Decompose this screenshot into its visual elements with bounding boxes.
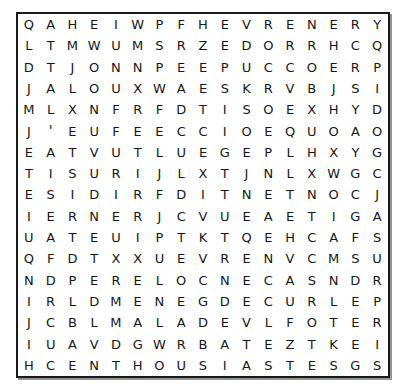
grid-cell[interactable]: E: [170, 291, 192, 312]
grid-cell[interactable]: N: [257, 163, 279, 184]
grid-cell[interactable]: G: [214, 142, 236, 163]
grid-cell[interactable]: N: [301, 14, 323, 35]
grid-cell[interactable]: T: [127, 142, 149, 163]
grid-cell[interactable]: K: [236, 78, 258, 99]
grid-cell[interactable]: G: [344, 206, 366, 227]
grid-cell[interactable]: G: [344, 163, 366, 184]
grid-cell[interactable]: R: [62, 206, 84, 227]
grid-cell[interactable]: U: [301, 120, 323, 141]
grid-cell[interactable]: N: [18, 270, 40, 291]
grid-cell[interactable]: A: [366, 206, 388, 227]
grid-cell[interactable]: I: [214, 355, 236, 376]
grid-cell[interactable]: E: [214, 35, 236, 56]
grid-cell[interactable]: E: [279, 14, 301, 35]
grid-cell[interactable]: M: [18, 99, 40, 120]
grid-cell[interactable]: R: [170, 333, 192, 354]
grid-cell[interactable]: U: [105, 78, 127, 99]
grid-cell[interactable]: K: [192, 227, 214, 248]
grid-cell[interactable]: X: [62, 99, 84, 120]
grid-cell[interactable]: E: [279, 99, 301, 120]
grid-cell[interactable]: X: [301, 163, 323, 184]
grid-cell[interactable]: R: [279, 35, 301, 56]
grid-cell[interactable]: G: [366, 142, 388, 163]
grid-cell[interactable]: X: [301, 99, 323, 120]
grid-cell[interactable]: D: [192, 312, 214, 333]
grid-cell[interactable]: I: [366, 78, 388, 99]
grid-cell[interactable]: P: [149, 14, 171, 35]
grid-cell[interactable]: W: [83, 35, 105, 56]
grid-cell[interactable]: N: [301, 184, 323, 205]
grid-cell[interactable]: E: [214, 14, 236, 35]
grid-cell[interactable]: J: [149, 206, 171, 227]
grid-cell[interactable]: C: [257, 270, 279, 291]
grid-cell[interactable]: E: [257, 227, 279, 248]
grid-cell[interactable]: I: [40, 163, 62, 184]
grid-cell[interactable]: N: [323, 270, 345, 291]
grid-cell[interactable]: E: [344, 333, 366, 354]
grid-cell[interactable]: R: [366, 312, 388, 333]
grid-cell[interactable]: M: [62, 35, 84, 56]
grid-cell[interactable]: ': [40, 120, 62, 141]
grid-cell[interactable]: E: [83, 270, 105, 291]
grid-cell[interactable]: N: [127, 57, 149, 78]
grid-cell[interactable]: E: [40, 206, 62, 227]
grid-cell[interactable]: R: [40, 291, 62, 312]
grid-cell[interactable]: T: [279, 355, 301, 376]
word-search-board: QAHEIWPFHEVRENERYLTMWUMSRZEDORRHCQDTJONN…: [16, 12, 390, 378]
grid-cell[interactable]: H: [323, 99, 345, 120]
grid-cell[interactable]: N: [83, 206, 105, 227]
grid-cell[interactable]: X: [127, 78, 149, 99]
grid-cell[interactable]: E: [257, 184, 279, 205]
grid-cell[interactable]: E: [236, 270, 258, 291]
grid-cell[interactable]: F: [170, 14, 192, 35]
grid-cell[interactable]: P: [149, 227, 171, 248]
grid-cell[interactable]: P: [366, 57, 388, 78]
grid-cell[interactable]: U: [105, 35, 127, 56]
grid-cell[interactable]: M: [105, 291, 127, 312]
grid-cell[interactable]: G: [192, 291, 214, 312]
grid-cell[interactable]: V: [192, 206, 214, 227]
grid-cell[interactable]: P: [62, 270, 84, 291]
grid-cell[interactable]: E: [192, 78, 214, 99]
grid-cell[interactable]: N: [83, 99, 105, 120]
grid-cell[interactable]: H: [279, 227, 301, 248]
grid-cell[interactable]: R: [301, 35, 323, 56]
grid-cell[interactable]: B: [192, 333, 214, 354]
grid-cell[interactable]: Y: [344, 142, 366, 163]
grid-cell[interactable]: U: [170, 355, 192, 376]
grid-cell[interactable]: E: [236, 206, 258, 227]
grid-cell[interactable]: I: [323, 206, 345, 227]
grid-cell[interactable]: S: [301, 270, 323, 291]
grid-cell[interactable]: C: [301, 227, 323, 248]
grid-cell[interactable]: R: [127, 206, 149, 227]
grid-cell[interactable]: F: [279, 312, 301, 333]
grid-cell[interactable]: E: [236, 142, 258, 163]
grid-cell[interactable]: S: [323, 355, 345, 376]
grid-cell[interactable]: L: [83, 312, 105, 333]
grid-cell[interactable]: P: [257, 142, 279, 163]
grid-cell[interactable]: O: [323, 120, 345, 141]
grid-cell[interactable]: T: [214, 163, 236, 184]
grid-cell[interactable]: X: [323, 142, 345, 163]
grid-cell[interactable]: T: [40, 57, 62, 78]
grid-cell[interactable]: T: [192, 99, 214, 120]
grid-cell[interactable]: T: [214, 184, 236, 205]
grid-cell[interactable]: M: [105, 312, 127, 333]
grid-cell[interactable]: N: [149, 291, 171, 312]
grid-cell[interactable]: L: [279, 163, 301, 184]
grid-cell[interactable]: L: [18, 35, 40, 56]
grid-cell[interactable]: I: [214, 99, 236, 120]
grid-cell[interactable]: S: [344, 78, 366, 99]
grid-cell[interactable]: D: [83, 291, 105, 312]
grid-cell[interactable]: S: [366, 355, 388, 376]
grid-cell[interactable]: J: [18, 120, 40, 141]
grid-cell[interactable]: N: [236, 184, 258, 205]
grid-cell[interactable]: Q: [18, 14, 40, 35]
grid-cell[interactable]: L: [149, 270, 171, 291]
grid-cell[interactable]: X: [105, 248, 127, 269]
grid-cell[interactable]: I: [127, 163, 149, 184]
grid-cell[interactable]: V: [83, 333, 105, 354]
grid-cell[interactable]: S: [149, 35, 171, 56]
grid-cell[interactable]: E: [83, 14, 105, 35]
grid-cell[interactable]: O: [301, 57, 323, 78]
grid-cell[interactable]: E: [170, 248, 192, 269]
grid-cell[interactable]: J: [62, 57, 84, 78]
grid-cell[interactable]: F: [344, 227, 366, 248]
grid-cell[interactable]: T: [83, 248, 105, 269]
grid-cell[interactable]: S: [192, 355, 214, 376]
grid-cell[interactable]: E: [323, 14, 345, 35]
grid-cell[interactable]: Z: [279, 333, 301, 354]
grid-cell[interactable]: B: [62, 312, 84, 333]
grid-cell[interactable]: J: [323, 78, 345, 99]
grid-cell[interactable]: F: [40, 248, 62, 269]
grid-cell[interactable]: E: [83, 227, 105, 248]
grid-cell[interactable]: I: [192, 184, 214, 205]
grid-cell[interactable]: U: [83, 120, 105, 141]
grid-cell[interactable]: U: [18, 227, 40, 248]
grid-cell[interactable]: E: [192, 57, 214, 78]
grid-cell[interactable]: E: [18, 142, 40, 163]
grid-cell[interactable]: V: [83, 142, 105, 163]
grid-cell[interactable]: U: [236, 57, 258, 78]
grid-cell[interactable]: N: [83, 355, 105, 376]
grid-cell[interactable]: I: [18, 333, 40, 354]
grid-cell[interactable]: Y: [344, 99, 366, 120]
grid-cell[interactable]: E: [279, 206, 301, 227]
grid-cell[interactable]: M: [323, 248, 345, 269]
grid-cell[interactable]: U: [105, 142, 127, 163]
grid-cell[interactable]: J: [366, 184, 388, 205]
grid-cell[interactable]: E: [170, 57, 192, 78]
grid-cell[interactable]: I: [366, 333, 388, 354]
grid-cell[interactable]: O: [257, 35, 279, 56]
grid-cell[interactable]: T: [105, 355, 127, 376]
grid-cell[interactable]: L: [149, 312, 171, 333]
grid-cell[interactable]: B: [301, 78, 323, 99]
grid-cell[interactable]: T: [236, 333, 258, 354]
grid-cell[interactable]: T: [18, 163, 40, 184]
grid-cell[interactable]: O: [257, 99, 279, 120]
grid-cell[interactable]: E: [192, 142, 214, 163]
grid-cell[interactable]: S: [40, 184, 62, 205]
grid-cell[interactable]: S: [214, 78, 236, 99]
grid-cell[interactable]: A: [279, 270, 301, 291]
grid-cell[interactable]: F: [149, 184, 171, 205]
grid-cell[interactable]: G: [127, 333, 149, 354]
grid-cell[interactable]: S: [344, 248, 366, 269]
grid-cell[interactable]: C: [40, 312, 62, 333]
grid-cell[interactable]: H: [192, 14, 214, 35]
grid-cell[interactable]: E: [62, 355, 84, 376]
grid-cell[interactable]: C: [279, 57, 301, 78]
grid-cell[interactable]: Q: [366, 35, 388, 56]
grid-cell[interactable]: O: [236, 120, 258, 141]
grid-cell[interactable]: V: [236, 14, 258, 35]
grid-cell[interactable]: V: [279, 78, 301, 99]
grid-cell[interactable]: E: [236, 291, 258, 312]
grid-cell[interactable]: C: [366, 163, 388, 184]
grid-cell[interactable]: H: [323, 35, 345, 56]
grid-cell[interactable]: W: [323, 163, 345, 184]
grid-cell[interactable]: T: [279, 184, 301, 205]
grid-cell[interactable]: O: [149, 355, 171, 376]
grid-cell[interactable]: T: [301, 333, 323, 354]
grid-cell[interactable]: Z: [192, 35, 214, 56]
grid-cell[interactable]: E: [127, 291, 149, 312]
grid-cell[interactable]: I: [105, 14, 127, 35]
grid-cell[interactable]: T: [62, 227, 84, 248]
grid-cell[interactable]: T: [62, 142, 84, 163]
grid-cell[interactable]: M: [127, 35, 149, 56]
grid-cell[interactable]: O: [366, 120, 388, 141]
grid-cell[interactable]: R: [257, 14, 279, 35]
grid-cell[interactable]: T: [214, 227, 236, 248]
grid-cell[interactable]: W: [149, 333, 171, 354]
grid-cell[interactable]: J: [236, 163, 258, 184]
grid-cell[interactable]: D: [62, 248, 84, 269]
grid-cell[interactable]: O: [83, 78, 105, 99]
grid-cell[interactable]: L: [323, 291, 345, 312]
grid-cell[interactable]: C: [344, 35, 366, 56]
grid-cell[interactable]: I: [127, 227, 149, 248]
grid-cell[interactable]: D: [236, 35, 258, 56]
grid-cell[interactable]: U: [170, 142, 192, 163]
grid-cell[interactable]: A: [40, 78, 62, 99]
grid-cell[interactable]: I: [18, 291, 40, 312]
grid-cell[interactable]: O: [170, 270, 192, 291]
grid-cell[interactable]: D: [344, 270, 366, 291]
grid-cell[interactable]: A: [127, 312, 149, 333]
grid-cell[interactable]: E: [62, 120, 84, 141]
grid-cell[interactable]: N: [214, 270, 236, 291]
grid-cell[interactable]: S: [366, 227, 388, 248]
grid-cell[interactable]: R: [366, 270, 388, 291]
grid-cell[interactable]: S: [62, 163, 84, 184]
grid-cell[interactable]: E: [236, 248, 258, 269]
grid-cell[interactable]: R: [105, 270, 127, 291]
grid-cell[interactable]: C: [301, 248, 323, 269]
word-search-page: QAHEIWPFHEVRENERYLTMWUMSRZEDORRHCQDTJONN…: [0, 0, 406, 392]
grid-cell[interactable]: I: [62, 184, 84, 205]
grid-cell[interactable]: H: [301, 142, 323, 163]
grid-cell[interactable]: C: [40, 355, 62, 376]
grid-cell[interactable]: L: [62, 78, 84, 99]
grid-cell[interactable]: A: [170, 78, 192, 99]
grid-cell[interactable]: A: [257, 206, 279, 227]
grid-cell[interactable]: V: [279, 248, 301, 269]
grid-cell[interactable]: D: [170, 184, 192, 205]
grid-cell[interactable]: P: [366, 291, 388, 312]
grid-cell[interactable]: E: [257, 120, 279, 141]
grid-cell[interactable]: A: [40, 14, 62, 35]
grid-cell[interactable]: U: [366, 248, 388, 269]
grid-cell[interactable]: U: [149, 248, 171, 269]
grid-cell[interactable]: Q: [236, 227, 258, 248]
grid-cell[interactable]: O: [323, 184, 345, 205]
grid-cell[interactable]: R: [170, 35, 192, 56]
grid-cell[interactable]: D: [105, 333, 127, 354]
grid-cell[interactable]: V: [236, 312, 258, 333]
grid-cell[interactable]: D: [214, 291, 236, 312]
grid-cell[interactable]: S: [236, 99, 258, 120]
grid-cell[interactable]: P: [149, 57, 171, 78]
grid-cell[interactable]: D: [83, 184, 105, 205]
grid-cell[interactable]: D: [18, 57, 40, 78]
grid-cell[interactable]: F: [149, 99, 171, 120]
grid-cell[interactable]: Q: [18, 248, 40, 269]
grid-cell[interactable]: O: [301, 312, 323, 333]
grid-cell[interactable]: A: [170, 312, 192, 333]
grid-cell[interactable]: E: [18, 184, 40, 205]
grid-cell[interactable]: P: [214, 57, 236, 78]
grid-cell[interactable]: C: [257, 57, 279, 78]
grid-cell[interactable]: I: [18, 206, 40, 227]
grid-cell[interactable]: C: [192, 120, 214, 141]
grid-cell[interactable]: I: [105, 184, 127, 205]
grid-cell[interactable]: R: [127, 184, 149, 205]
grid-cell[interactable]: R: [257, 78, 279, 99]
grid-cell[interactable]: W: [149, 78, 171, 99]
grid-cell[interactable]: N: [257, 248, 279, 269]
grid-cell[interactable]: T: [301, 206, 323, 227]
grid-cell[interactable]: R: [105, 163, 127, 184]
grid-cell[interactable]: F: [105, 120, 127, 141]
grid-cell[interactable]: C: [257, 291, 279, 312]
grid-cell[interactable]: E: [214, 312, 236, 333]
grid-cell[interactable]: D: [366, 99, 388, 120]
grid-cell[interactable]: A: [40, 227, 62, 248]
grid-cell[interactable]: A: [323, 227, 345, 248]
grid-cell[interactable]: H: [18, 355, 40, 376]
grid-cell[interactable]: U: [40, 333, 62, 354]
grid-cell[interactable]: L: [279, 142, 301, 163]
grid-cell[interactable]: D: [170, 99, 192, 120]
grid-cell[interactable]: Q: [279, 120, 301, 141]
grid-cell[interactable]: J: [18, 312, 40, 333]
grid-cell[interactable]: L: [170, 163, 192, 184]
grid-cell[interactable]: G: [344, 355, 366, 376]
grid-cell[interactable]: C: [192, 270, 214, 291]
grid-cell[interactable]: O: [83, 57, 105, 78]
grid-cell[interactable]: R: [301, 291, 323, 312]
grid-cell[interactable]: E: [127, 270, 149, 291]
grid-cell[interactable]: W: [127, 14, 149, 35]
grid-cell[interactable]: H: [127, 355, 149, 376]
grid-cell[interactable]: K: [323, 333, 345, 354]
grid-cell[interactable]: L: [149, 142, 171, 163]
grid-cell[interactable]: V: [192, 248, 214, 269]
grid-cell[interactable]: E: [344, 291, 366, 312]
grid-cell[interactable]: C: [344, 184, 366, 205]
grid-cell[interactable]: R: [344, 57, 366, 78]
grid-cell[interactable]: F: [105, 99, 127, 120]
grid-cell[interactable]: C: [170, 120, 192, 141]
grid-cell[interactable]: A: [40, 142, 62, 163]
grid-cell[interactable]: E: [344, 312, 366, 333]
grid-cell[interactable]: X: [192, 163, 214, 184]
grid-cell[interactable]: E: [127, 120, 149, 141]
grid-cell[interactable]: U: [214, 206, 236, 227]
grid-cell[interactable]: E: [323, 57, 345, 78]
grid-cell[interactable]: S: [257, 355, 279, 376]
grid-cell[interactable]: I: [214, 120, 236, 141]
grid-cell[interactable]: C: [170, 206, 192, 227]
grid-cell[interactable]: T: [323, 312, 345, 333]
grid-cell[interactable]: E: [105, 206, 127, 227]
grid-cell[interactable]: Y: [366, 14, 388, 35]
grid-cell[interactable]: R: [344, 14, 366, 35]
grid-cell[interactable]: J: [149, 163, 171, 184]
grid-cell[interactable]: E: [257, 333, 279, 354]
grid-cell[interactable]: U: [279, 291, 301, 312]
grid-cell[interactable]: N: [105, 57, 127, 78]
grid-cell[interactable]: A: [236, 355, 258, 376]
grid-cell[interactable]: A: [62, 333, 84, 354]
grid-cell[interactable]: L: [62, 291, 84, 312]
grid-cell[interactable]: X: [127, 248, 149, 269]
grid-cell[interactable]: L: [40, 99, 62, 120]
grid-cell[interactable]: A: [214, 333, 236, 354]
grid-cell[interactable]: T: [40, 35, 62, 56]
grid-cell[interactable]: U: [105, 227, 127, 248]
grid-cell[interactable]: J: [18, 78, 40, 99]
grid-cell[interactable]: A: [344, 120, 366, 141]
grid-cell[interactable]: E: [301, 355, 323, 376]
grid-cell[interactable]: E: [149, 120, 171, 141]
grid-cell[interactable]: L: [257, 312, 279, 333]
grid-cell[interactable]: R: [214, 248, 236, 269]
grid-cell[interactable]: H: [62, 14, 84, 35]
grid-cell[interactable]: R: [127, 99, 149, 120]
grid-cell[interactable]: T: [170, 227, 192, 248]
grid-cell[interactable]: U: [83, 163, 105, 184]
grid-cell[interactable]: D: [40, 270, 62, 291]
